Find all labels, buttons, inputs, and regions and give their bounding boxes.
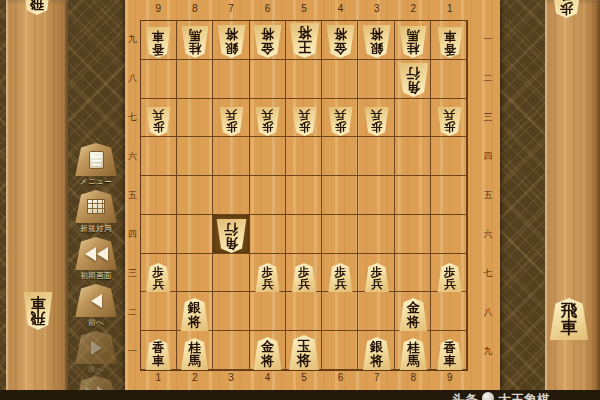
rank-right-九: 九 xyxy=(480,332,496,371)
square-3-6[interactable] xyxy=(358,215,394,254)
koma-char: 馬 xyxy=(407,354,420,367)
file-top-1: 1 xyxy=(432,3,468,17)
rank-left-八: 八 xyxy=(126,59,139,98)
menu-button-label: 初期画面 xyxy=(74,271,118,281)
koma-char: 車 xyxy=(152,355,164,368)
menu-button-rewind[interactable]: 初期画面 xyxy=(74,237,118,281)
file-labels-top: 987654321 xyxy=(140,3,468,17)
file-top-8: 8 xyxy=(176,3,212,17)
bottom-bar: 头条 大王象棋 xyxy=(0,390,600,400)
square-9-5[interactable] xyxy=(141,176,177,215)
koma-char: 将 xyxy=(334,28,347,41)
right-piece-tray xyxy=(545,0,600,400)
watermark: 头条 大王象棋 xyxy=(452,391,550,400)
koma-char: 車 xyxy=(444,30,456,43)
koma-char: 兵 xyxy=(298,278,310,290)
koma-char: 車 xyxy=(444,355,456,368)
koma-char: 香 xyxy=(444,342,456,355)
shogi-app: 987654321 123456789 九八七六五四三二一 一二三四五六七八九 … xyxy=(0,0,600,400)
koma-char: 車 xyxy=(30,295,45,311)
rank-labels-left: 九八七六五四三二一 xyxy=(126,20,139,371)
file-bottom-9: 9 xyxy=(432,372,468,386)
koma-char: 将 xyxy=(188,315,201,328)
square-4-2[interactable] xyxy=(322,60,358,99)
koma-char: 桂 xyxy=(407,42,420,55)
square-8-7[interactable] xyxy=(177,254,213,293)
square-1-5[interactable] xyxy=(431,176,467,215)
square-3-8[interactable] xyxy=(358,292,394,331)
koma-char: 歩 xyxy=(371,266,383,278)
watermark-brand: 头条 xyxy=(452,391,478,400)
rank-right-五: 五 xyxy=(480,176,496,215)
square-7-2[interactable] xyxy=(213,60,249,99)
square-8-5[interactable] xyxy=(177,176,213,215)
square-3-4[interactable] xyxy=(358,137,394,176)
koma-char: 兵 xyxy=(225,109,237,121)
koma-char: 玉 xyxy=(297,339,311,353)
rank-right-二: 二 xyxy=(480,59,496,98)
koma-char: 歩 xyxy=(335,121,347,133)
square-6-2[interactable] xyxy=(250,60,286,99)
watermark-logo-icon xyxy=(482,392,494,400)
rank-left-九: 九 xyxy=(126,20,139,59)
rank-left-五: 五 xyxy=(126,176,139,215)
square-5-2[interactable] xyxy=(286,60,322,99)
menu-button-back[interactable]: 前へ xyxy=(74,284,118,328)
file-bottom-6: 6 xyxy=(322,372,358,386)
koma-char: 将 xyxy=(261,354,274,367)
square-8-3[interactable] xyxy=(177,99,213,138)
square-2-5[interactable] xyxy=(395,176,431,215)
rank-left-四: 四 xyxy=(126,215,139,254)
koma-char: 将 xyxy=(297,26,311,40)
menu-button-label: メニュー xyxy=(74,177,118,187)
koma-char: 兵 xyxy=(560,0,574,1)
square-6-6[interactable] xyxy=(250,215,286,254)
rank-right-三: 三 xyxy=(480,98,496,137)
koma-char: 金 xyxy=(334,41,347,54)
file-bottom-1: 1 xyxy=(140,372,176,386)
koma-char: 王 xyxy=(297,40,311,54)
koma-char: 歩 xyxy=(298,266,310,278)
koma-char: 歩 xyxy=(560,1,574,15)
forward-arrow-icon xyxy=(91,341,102,355)
koma-char: 香 xyxy=(152,342,164,355)
file-bottom-7: 7 xyxy=(359,372,395,386)
menu-button-label: 後へ xyxy=(74,365,118,375)
square-5-5[interactable] xyxy=(286,176,322,215)
square-2-7[interactable] xyxy=(395,254,431,293)
square-5-4[interactable] xyxy=(286,137,322,176)
koma-char: 将 xyxy=(261,28,274,41)
koma-char: 銀 xyxy=(370,340,383,353)
new-game-board-icon xyxy=(87,199,105,214)
menu-button-label: 前へ xyxy=(74,318,118,328)
koma-char: 桂 xyxy=(188,42,201,55)
square-4-9[interactable] xyxy=(322,331,358,370)
koma-char: 兵 xyxy=(298,109,310,121)
rank-left-七: 七 xyxy=(126,98,139,137)
menu-button-shape[interactable] xyxy=(74,190,118,223)
koma-char: 角 xyxy=(407,80,421,94)
koma-char: 金 xyxy=(261,41,274,54)
koma-char: 歩 xyxy=(262,266,274,278)
koma-char: 歩 xyxy=(298,121,310,133)
koma-char: 兵 xyxy=(335,278,347,290)
koma-char: 兵 xyxy=(371,109,383,121)
square-5-6[interactable] xyxy=(286,215,322,254)
square-1-4[interactable] xyxy=(431,137,467,176)
koma-char: 銀 xyxy=(188,301,201,314)
square-2-4[interactable] xyxy=(395,137,431,176)
menu-button-menu[interactable]: メニュー xyxy=(74,143,118,187)
rank-left-二: 二 xyxy=(126,293,139,332)
rank-left-一: 一 xyxy=(126,332,139,371)
file-top-5: 5 xyxy=(286,3,322,17)
file-bottom-3: 3 xyxy=(213,372,249,386)
square-7-9[interactable] xyxy=(213,331,249,370)
square-6-4[interactable] xyxy=(250,137,286,176)
rank-left-三: 三 xyxy=(126,254,139,293)
koma-char: 車 xyxy=(561,319,578,336)
file-bottom-4: 4 xyxy=(249,372,285,386)
square-9-2[interactable] xyxy=(141,60,177,99)
koma-char: 歩 xyxy=(152,121,164,133)
rewind-icon xyxy=(97,247,108,261)
square-6-5[interactable] xyxy=(250,176,286,215)
file-labels-bottom: 123456789 xyxy=(140,372,468,386)
file-top-7: 7 xyxy=(213,3,249,17)
koma-char: 歩 xyxy=(152,266,164,278)
koma-char: 将 xyxy=(225,28,238,41)
rank-right-一: 一 xyxy=(480,20,496,59)
menu-button-shape[interactable] xyxy=(74,331,118,364)
koma-char: 歩 xyxy=(444,266,456,278)
square-3-2[interactable] xyxy=(358,60,394,99)
koma-char: 将 xyxy=(407,315,420,328)
koma-char: 将 xyxy=(370,28,383,41)
koma-char: 飛 xyxy=(30,311,45,327)
square-6-8[interactable] xyxy=(250,292,286,331)
koma-char: 車 xyxy=(152,30,164,43)
square-9-4[interactable] xyxy=(141,137,177,176)
koma-char: 兵 xyxy=(444,278,456,290)
koma-char: 金 xyxy=(261,340,274,353)
rank-right-七: 七 xyxy=(480,254,496,293)
koma-char: 歩 xyxy=(444,121,456,133)
square-9-6[interactable] xyxy=(141,215,177,254)
menu-button-forward: 後へ xyxy=(74,331,118,375)
square-1-8[interactable] xyxy=(431,292,467,331)
koma-char: 将 xyxy=(370,354,383,367)
square-8-6[interactable] xyxy=(177,215,213,254)
koma-char: 兵 xyxy=(262,109,274,121)
koma-char: 歩 xyxy=(262,121,274,133)
koma-char: 歩 xyxy=(371,121,383,133)
square-7-8[interactable] xyxy=(213,292,249,331)
menu-button-shape[interactable] xyxy=(74,143,118,176)
square-1-2[interactable] xyxy=(431,60,467,99)
menu-list-icon xyxy=(89,151,104,169)
square-4-5[interactable] xyxy=(322,176,358,215)
koma-char: 角 xyxy=(224,236,238,250)
rank-labels-right: 一二三四五六七八九 xyxy=(480,20,496,371)
menu-button-shape[interactable] xyxy=(74,284,118,317)
square-7-7[interactable] xyxy=(213,254,249,293)
file-top-6: 6 xyxy=(249,3,285,17)
menu-button-label: 新規対局 xyxy=(74,224,118,234)
square-3-5[interactable] xyxy=(358,176,394,215)
koma-char: 兵 xyxy=(152,278,164,290)
square-9-8[interactable] xyxy=(141,292,177,331)
koma-char: 銀 xyxy=(370,41,383,54)
rewind-icon xyxy=(85,247,96,261)
file-bottom-8: 8 xyxy=(395,372,431,386)
square-4-8[interactable] xyxy=(322,292,358,331)
square-1-6[interactable] xyxy=(431,215,467,254)
left-piece-tray xyxy=(6,0,68,400)
koma-char: 飛 xyxy=(30,0,44,11)
koma-char: 金 xyxy=(407,301,420,314)
file-top-2: 2 xyxy=(395,3,431,17)
watermark-account: 大王象棋 xyxy=(498,391,550,400)
koma-char: 香 xyxy=(444,42,456,55)
rank-right-六: 六 xyxy=(480,215,496,254)
file-top-3: 3 xyxy=(359,3,395,17)
menu-button-shape[interactable] xyxy=(74,237,118,270)
koma-char: 銀 xyxy=(225,41,238,54)
koma-char: 飛 xyxy=(561,302,578,319)
file-top-9: 9 xyxy=(140,3,176,17)
koma-char: 兵 xyxy=(335,109,347,121)
square-4-6[interactable] xyxy=(322,215,358,254)
file-bottom-2: 2 xyxy=(176,372,212,386)
square-2-6[interactable] xyxy=(395,215,431,254)
square-5-8[interactable] xyxy=(286,292,322,331)
square-4-4[interactable] xyxy=(322,137,358,176)
file-bottom-5: 5 xyxy=(286,372,322,386)
square-8-2[interactable] xyxy=(177,60,213,99)
rank-left-六: 六 xyxy=(126,137,139,176)
rank-right-四: 四 xyxy=(480,137,496,176)
square-8-4[interactable] xyxy=(177,137,213,176)
koma-char: 兵 xyxy=(444,109,456,121)
koma-char: 歩 xyxy=(225,121,237,133)
koma-char: 行 xyxy=(407,66,421,80)
square-2-3[interactable] xyxy=(395,99,431,138)
shogi-board: 987654321 123456789 九八七六五四三二一 一二三四五六七八九 … xyxy=(125,0,500,391)
koma-char: 馬 xyxy=(188,29,201,42)
back-arrow-icon xyxy=(91,294,102,308)
koma-char: 行 xyxy=(224,222,238,236)
koma-char: 兵 xyxy=(262,278,274,290)
koma-char: 馬 xyxy=(407,29,420,42)
koma-char: 兵 xyxy=(371,278,383,290)
square-7-5[interactable] xyxy=(213,176,249,215)
file-top-4: 4 xyxy=(322,3,358,17)
koma-char: 馬 xyxy=(188,354,201,367)
koma-char: 将 xyxy=(297,353,311,367)
menu-button-board[interactable]: 新規対局 xyxy=(74,190,118,234)
koma-char: 歩 xyxy=(335,266,347,278)
koma-char: 香 xyxy=(152,42,164,55)
koma-char: 兵 xyxy=(152,109,164,121)
square-7-4[interactable] xyxy=(213,137,249,176)
rank-right-八: 八 xyxy=(480,293,496,332)
